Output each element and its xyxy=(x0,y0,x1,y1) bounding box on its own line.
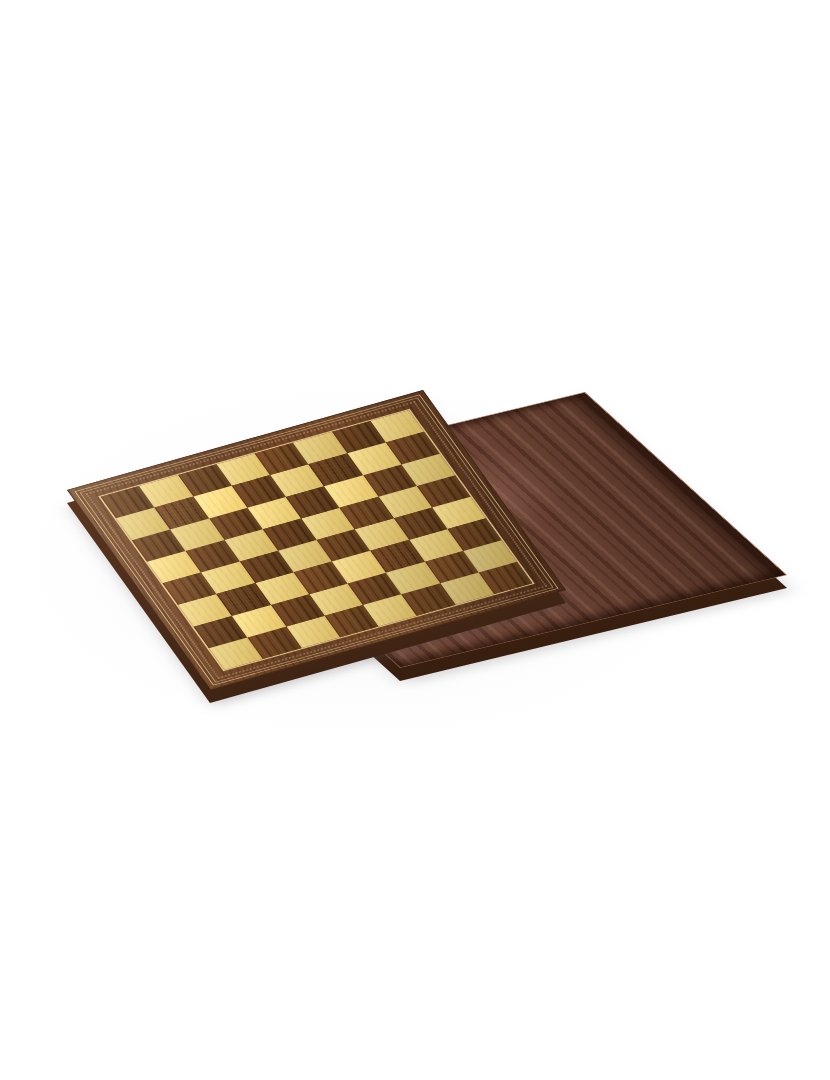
product-photo: Empty wooden chessboard resting on top o… xyxy=(0,0,830,1080)
photo-content xyxy=(0,0,830,1080)
